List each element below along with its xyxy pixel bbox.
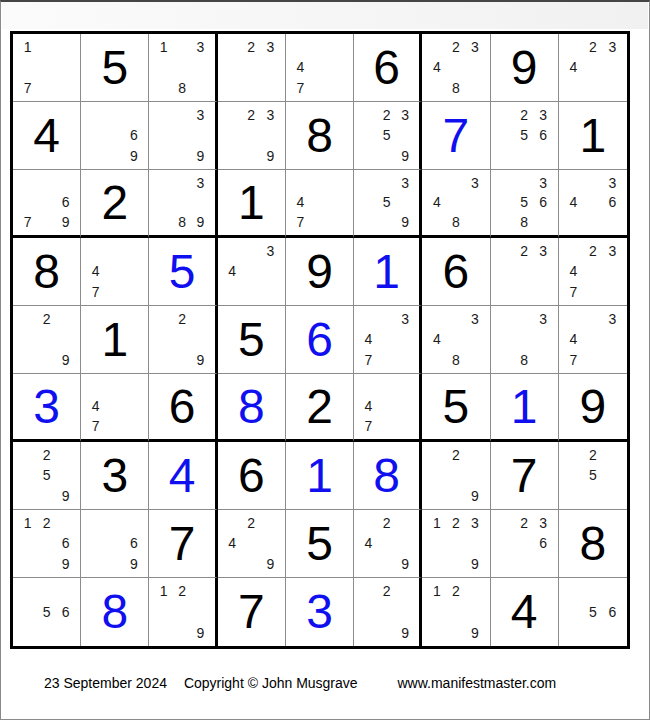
candidate-digit: 2 [37, 445, 56, 465]
cell-r2c4[interactable]: 239 [218, 102, 286, 170]
cell-r7c3[interactable]: 4 [149, 442, 217, 510]
candidate-digit [56, 37, 75, 57]
candidate-digit: 9 [396, 212, 414, 232]
candidate-digit [223, 57, 242, 77]
candidate-digit [154, 57, 172, 77]
candidate-digit: 3 [261, 241, 280, 261]
candidate-digit: 4 [427, 193, 446, 213]
candidate-digit [56, 622, 75, 643]
candidate-digit [154, 105, 172, 125]
candidate-digit [564, 445, 583, 465]
candidate-digit [396, 581, 414, 602]
candidate-digit [173, 105, 191, 125]
cell-r2c5[interactable]: 8 [286, 102, 354, 170]
big-digit: 3 [33, 383, 60, 431]
cell-r6c7[interactable]: 5 [422, 374, 490, 442]
candidate-digit: 9 [191, 350, 209, 370]
candidate-digit [18, 622, 37, 643]
candidate-digit: 1 [18, 513, 37, 533]
candidate-digit [18, 350, 37, 370]
candidate-digit [446, 329, 465, 349]
cell-r9c8[interactable]: 4 [491, 578, 559, 646]
candidate-digit [378, 309, 396, 329]
candidate-digit [37, 350, 56, 370]
cell-r3c1[interactable]: 679 [13, 170, 81, 238]
candidate-digit [446, 554, 465, 574]
candidate-digit: 9 [56, 554, 75, 574]
cell-r7c2[interactable]: 3 [81, 442, 149, 510]
cell-r9c5[interactable]: 3 [286, 578, 354, 646]
candidate-digit [359, 581, 377, 602]
candidate-digit [603, 465, 622, 485]
cell-r3c8[interactable]: 3568 [491, 170, 559, 238]
candidate-digit [465, 445, 484, 465]
cell-r2c6[interactable]: 2359 [354, 102, 422, 170]
pencil-marks: 348 [422, 306, 489, 373]
candidate-digit: 3 [603, 173, 622, 193]
candidate-digit [56, 513, 75, 533]
cell-r2c2[interactable]: 69 [81, 102, 149, 170]
cell-r2c8[interactable]: 2356 [491, 102, 559, 170]
cell-r2c7[interactable]: 7 [422, 102, 490, 170]
cell-r8c1[interactable]: 1269 [13, 510, 81, 578]
candidate-digit: 9 [191, 622, 209, 643]
cell-r5c3[interactable]: 29 [149, 306, 217, 374]
cell-r4c1[interactable]: 8 [13, 238, 81, 306]
candidate-digit: 2 [515, 241, 534, 261]
cell-r6c2[interactable]: 47 [81, 374, 149, 442]
candidate-digit [191, 193, 209, 213]
candidate-digit [396, 602, 414, 623]
candidate-digit [86, 146, 105, 166]
candidate-digit: 9 [56, 486, 75, 506]
cell-r4c5[interactable]: 9 [286, 238, 354, 306]
candidate-digit [37, 78, 56, 98]
candidate-digit [329, 37, 348, 57]
big-digit: 2 [101, 179, 128, 227]
pencil-marks: 138 [149, 34, 214, 101]
candidate-digit [154, 125, 172, 145]
cell-r2c9[interactable]: 1 [559, 102, 627, 170]
candidate-digit [534, 146, 553, 166]
big-digit: 1 [580, 112, 607, 160]
cell-r2c3[interactable]: 39 [149, 102, 217, 170]
cell-r8c9[interactable]: 8 [559, 510, 627, 578]
candidate-digit [465, 602, 484, 623]
candidate-digit [56, 329, 75, 349]
candidate-digit: 2 [242, 105, 261, 125]
cell-r9c2[interactable]: 8 [81, 578, 149, 646]
cell-r9c6[interactable]: 29 [354, 578, 422, 646]
cell-r3c6[interactable]: 359 [354, 170, 422, 238]
candidate-digit: 2 [378, 513, 396, 533]
candidate-digit [37, 581, 56, 602]
cell-r1c4[interactable]: 23 [218, 34, 286, 102]
cell-r1c3[interactable]: 138 [149, 34, 217, 102]
candidate-digit: 9 [465, 486, 484, 506]
candidate-digit: 3 [603, 309, 622, 329]
candidate-digit: 6 [56, 533, 75, 553]
candidate-digit [564, 241, 583, 261]
cell-r4c3[interactable]: 5 [149, 238, 217, 306]
candidate-digit [261, 513, 280, 533]
candidate-digit [465, 329, 484, 349]
cell-r8c5[interactable]: 5 [286, 510, 354, 578]
candidate-digit [191, 125, 209, 145]
candidate-digit [427, 173, 446, 193]
big-digit: 5 [238, 316, 265, 364]
candidate-digit [37, 173, 56, 193]
candidate-digit: 9 [396, 146, 414, 166]
candidate-digit [154, 602, 172, 623]
candidate-digit [154, 173, 172, 193]
candidate-digit [242, 125, 261, 145]
cell-r9c3[interactable]: 129 [149, 578, 217, 646]
candidate-digit [105, 241, 124, 261]
cell-r7c6[interactable]: 8 [354, 442, 422, 510]
candidate-digit: 6 [603, 602, 622, 623]
cell-r7c9[interactable]: 25 [559, 442, 627, 510]
candidate-digit [465, 465, 484, 485]
candidate-digit [583, 329, 602, 349]
candidate-digit [191, 581, 209, 602]
candidate-digit [603, 212, 622, 232]
candidate-digit: 2 [37, 309, 56, 329]
candidate-digit [396, 397, 414, 417]
candidate-digit [603, 57, 622, 77]
candidate-digit [583, 350, 602, 370]
candidate-digit [86, 105, 105, 125]
candidate-digit [427, 486, 446, 506]
cell-r5c8[interactable]: 38 [491, 306, 559, 374]
candidate-digit [124, 397, 143, 417]
candidate-digit [56, 173, 75, 193]
candidate-digit [583, 78, 602, 98]
big-digit: 4 [169, 452, 196, 500]
candidate-digit [496, 241, 515, 261]
candidate-digit [329, 57, 348, 77]
candidate-digit: 7 [359, 416, 377, 436]
cell-r3c4[interactable]: 1 [218, 170, 286, 238]
big-digit: 7 [169, 520, 196, 568]
cell-r8c6[interactable]: 249 [354, 510, 422, 578]
candidate-digit [465, 350, 484, 370]
candidate-digit: 9 [261, 554, 280, 574]
pencil-marks: 39 [149, 102, 214, 169]
pencil-marks: 47 [354, 374, 419, 439]
candidate-digit [603, 282, 622, 302]
pencil-marks: 25 [559, 442, 627, 509]
cell-r5c7[interactable]: 348 [422, 306, 490, 374]
candidate-digit [534, 350, 553, 370]
cell-r5c9[interactable]: 347 [559, 306, 627, 374]
candidate-digit [515, 261, 534, 281]
candidate-digit [261, 57, 280, 77]
candidate-digit [496, 146, 515, 166]
candidate-digit [427, 622, 446, 643]
candidate-digit [427, 37, 446, 57]
candidate-digit [378, 350, 396, 370]
cell-r9c4[interactable]: 7 [218, 578, 286, 646]
candidate-digit: 3 [191, 105, 209, 125]
candidate-digit [37, 554, 56, 574]
pencil-marks: 69 [81, 102, 148, 169]
big-digit: 5 [443, 383, 470, 431]
candidate-digit [18, 465, 37, 485]
candidate-digit: 3 [603, 37, 622, 57]
candidate-digit: 4 [359, 533, 377, 553]
candidate-digit [18, 533, 37, 553]
candidate-digit [18, 173, 37, 193]
pencil-marks: 2356 [491, 102, 558, 169]
candidate-digit [378, 173, 396, 193]
cell-r1c9[interactable]: 234 [559, 34, 627, 102]
big-digit: 8 [373, 452, 400, 500]
candidate-digit [105, 146, 124, 166]
cell-r8c7[interactable]: 1239 [422, 510, 490, 578]
cell-r8c4[interactable]: 249 [218, 510, 286, 578]
pencil-marks: 129 [149, 578, 214, 646]
cell-r1c6[interactable]: 6 [354, 34, 422, 102]
candidate-digit [154, 78, 172, 98]
candidate-digit [37, 57, 56, 77]
cell-r1c2[interactable]: 5 [81, 34, 149, 102]
candidate-digit [191, 309, 209, 329]
cell-r9c9[interactable]: 56 [559, 578, 627, 646]
cell-r4c7[interactable]: 6 [422, 238, 490, 306]
big-digit: 8 [101, 588, 128, 636]
cell-r3c7[interactable]: 348 [422, 170, 490, 238]
candidate-digit: 7 [564, 350, 583, 370]
candidate-digit [427, 533, 446, 553]
big-digit: 7 [511, 452, 538, 500]
cell-r6c6[interactable]: 47 [354, 374, 422, 442]
cell-r9c7[interactable]: 129 [422, 578, 490, 646]
cell-r8c2[interactable]: 69 [81, 510, 149, 578]
candidate-digit [378, 622, 396, 643]
candidate-digit: 1 [427, 581, 446, 602]
cell-r4c9[interactable]: 2347 [559, 238, 627, 306]
candidate-digit: 9 [396, 622, 414, 643]
cell-r1c7[interactable]: 2348 [422, 34, 490, 102]
candidate-digit [465, 212, 484, 232]
cell-r3c2[interactable]: 2 [81, 170, 149, 238]
cell-r8c3[interactable]: 7 [149, 510, 217, 578]
candidate-digit [173, 173, 191, 193]
candidate-digit [242, 261, 261, 281]
candidate-digit: 3 [465, 173, 484, 193]
candidate-digit [564, 486, 583, 506]
candidate-digit [564, 173, 583, 193]
big-digit: 6 [443, 248, 470, 296]
candidate-digit [359, 554, 377, 574]
pencil-marks: 47 [286, 34, 353, 101]
candidate-digit: 3 [534, 513, 553, 533]
candidate-digit [291, 37, 310, 57]
candidate-digit: 6 [534, 533, 553, 553]
pencil-marks: 1239 [422, 510, 489, 577]
big-digit: 6 [373, 44, 400, 92]
cell-r4c2[interactable]: 47 [81, 238, 149, 306]
candidate-digit: 4 [223, 261, 242, 281]
candidate-digit [603, 261, 622, 281]
cell-r1c5[interactable]: 47 [286, 34, 354, 102]
candidate-digit [173, 146, 191, 166]
candidate-digit [396, 513, 414, 533]
candidate-digit [18, 581, 37, 602]
candidate-digit [56, 57, 75, 77]
cell-r4c8[interactable]: 23 [491, 238, 559, 306]
candidate-digit [583, 581, 602, 602]
candidate-digit [583, 261, 602, 281]
cell-r5c2[interactable]: 1 [81, 306, 149, 374]
candidate-digit: 6 [534, 125, 553, 145]
candidate-digit [173, 37, 191, 57]
candidate-digit [583, 173, 602, 193]
candidate-digit: 4 [359, 397, 377, 417]
candidate-digit [496, 329, 515, 349]
candidate-digit: 3 [603, 241, 622, 261]
candidate-digit [154, 622, 172, 643]
big-digit: 1 [101, 316, 128, 364]
candidate-digit: 9 [465, 554, 484, 574]
cell-r8c8[interactable]: 236 [491, 510, 559, 578]
candidate-digit: 3 [261, 37, 280, 57]
candidate-digit [583, 486, 602, 506]
candidate-digit [105, 397, 124, 417]
candidate-digit [496, 350, 515, 370]
cell-r1c8[interactable]: 9 [491, 34, 559, 102]
cell-r6c1[interactable]: 3 [13, 374, 81, 442]
candidate-digit: 7 [86, 416, 105, 436]
candidate-digit [496, 533, 515, 553]
candidate-digit [56, 445, 75, 465]
cell-r7c4[interactable]: 6 [218, 442, 286, 510]
big-digit: 5 [169, 248, 196, 296]
candidate-digit: 5 [37, 465, 56, 485]
cell-r2c1[interactable]: 4 [13, 102, 81, 170]
candidate-digit [223, 37, 242, 57]
candidate-digit [261, 261, 280, 281]
cell-r6c4[interactable]: 8 [218, 374, 286, 442]
cell-r4c6[interactable]: 1 [354, 238, 422, 306]
candidate-digit [564, 212, 583, 232]
cell-r3c9[interactable]: 346 [559, 170, 627, 238]
cell-r3c5[interactable]: 47 [286, 170, 354, 238]
big-digit: 7 [443, 112, 470, 160]
candidate-digit [534, 554, 553, 574]
pencil-marks: 17 [13, 34, 80, 101]
candidate-digit [261, 282, 280, 302]
pencil-marks: 38 [491, 306, 558, 373]
big-digit: 6 [169, 383, 196, 431]
big-digit: 4 [511, 588, 538, 636]
candidate-digit [496, 513, 515, 533]
candidate-digit [105, 125, 124, 145]
pencil-marks: 2347 [559, 238, 627, 305]
candidate-digit: 9 [124, 554, 143, 574]
candidate-digit [427, 212, 446, 232]
candidate-digit [173, 125, 191, 145]
cell-r7c8[interactable]: 7 [491, 442, 559, 510]
candidate-digit [223, 513, 242, 533]
cell-r9c1[interactable]: 56 [13, 578, 81, 646]
candidate-digit: 7 [86, 282, 105, 302]
candidate-digit [359, 212, 377, 232]
big-digit: 6 [238, 452, 265, 500]
candidate-digit [37, 533, 56, 553]
candidate-digit [86, 533, 105, 553]
candidate-digit [329, 78, 348, 98]
candidate-digit [359, 622, 377, 643]
candidate-digit [191, 57, 209, 77]
candidate-digit [86, 241, 105, 261]
cell-r7c1[interactable]: 259 [13, 442, 81, 510]
candidate-digit [124, 282, 143, 302]
candidate-digit [427, 554, 446, 574]
candidate-digit [105, 282, 124, 302]
candidate-digit: 8 [173, 212, 191, 232]
candidate-digit [173, 350, 191, 370]
candidate-digit [564, 465, 583, 485]
footer-website: www.manifestmaster.com [398, 675, 557, 691]
candidate-digit [291, 173, 310, 193]
cell-r5c5[interactable]: 6 [286, 306, 354, 374]
candidate-digit: 4 [291, 57, 310, 77]
candidate-digit [378, 397, 396, 417]
candidate-digit [56, 309, 75, 329]
pencil-marks: 29 [149, 306, 214, 373]
candidate-digit: 3 [396, 105, 414, 125]
cell-r7c7[interactable]: 29 [422, 442, 490, 510]
cell-r6c3[interactable]: 6 [149, 374, 217, 442]
pencil-marks: 29 [354, 578, 419, 646]
cell-r6c9[interactable]: 9 [559, 374, 627, 442]
cell-r3c3[interactable]: 389 [149, 170, 217, 238]
candidate-digit [56, 78, 75, 98]
candidate-digit [124, 261, 143, 281]
candidate-digit [427, 445, 446, 465]
candidate-digit: 2 [515, 105, 534, 125]
pencil-marks: 347 [559, 306, 627, 373]
cell-r7c5[interactable]: 1 [286, 442, 354, 510]
cell-r1c1[interactable]: 17 [13, 34, 81, 102]
candidate-digit [105, 261, 124, 281]
big-digit: 8 [33, 248, 60, 296]
cell-r4c4[interactable]: 34 [218, 238, 286, 306]
candidate-digit [496, 261, 515, 281]
candidate-digit: 6 [56, 602, 75, 623]
candidate-digit [124, 241, 143, 261]
candidate-digit: 9 [56, 212, 75, 232]
candidate-digit [564, 78, 583, 98]
page: 1751382347623489234469392398235972356167… [0, 0, 650, 720]
candidate-digit [359, 377, 377, 397]
candidate-digit [359, 193, 377, 213]
candidate-digit: 2 [242, 37, 261, 57]
cell-r5c6[interactable]: 347 [354, 306, 422, 374]
pencil-marks: 56 [13, 578, 80, 646]
candidate-digit [124, 416, 143, 436]
candidate-digit: 6 [603, 193, 622, 213]
cell-r6c8[interactable]: 1 [491, 374, 559, 442]
candidate-digit [359, 602, 377, 623]
candidate-digit [465, 581, 484, 602]
cell-r5c4[interactable]: 5 [218, 306, 286, 374]
candidate-digit [105, 533, 124, 553]
cell-r6c5[interactable]: 2 [286, 374, 354, 442]
cell-r5c1[interactable]: 29 [13, 306, 81, 374]
